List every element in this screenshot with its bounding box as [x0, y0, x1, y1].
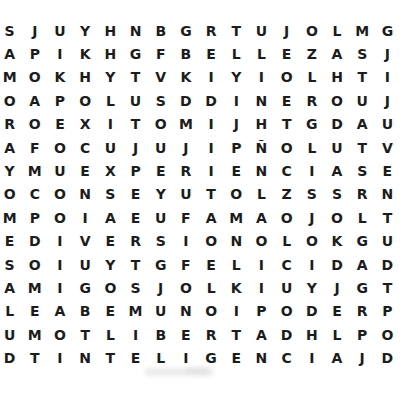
grid-cell-r2c13[interactable]: Z	[299, 42, 324, 65]
grid-cell-r6c11[interactable]: Ñ	[249, 136, 274, 159]
grid-cell-r2c9[interactable]: E	[199, 42, 224, 65]
grid-cell-r12c13[interactable]: Y	[299, 276, 324, 299]
grid-cell-r6c8[interactable]: J	[173, 136, 198, 159]
grid-cell-r8c2[interactable]: C	[22, 183, 47, 206]
grid-cell-r9c15[interactable]: L	[350, 206, 375, 229]
grid-cell-r1c7[interactable]: B	[148, 19, 173, 42]
grid-cell-r13c10[interactable]: I	[224, 300, 249, 323]
grid-cell-r9c13[interactable]: J	[299, 206, 324, 229]
grid-cell-r10c5[interactable]: E	[98, 230, 123, 253]
grid-cell-r2c7[interactable]: F	[148, 42, 173, 65]
grid-cell-r4c7[interactable]: S	[148, 89, 173, 112]
grid-cell-r1c2[interactable]: J	[22, 19, 47, 42]
grid-cell-r3c5[interactable]: Y	[98, 66, 123, 89]
grid-cell-r6c4[interactable]: C	[73, 136, 98, 159]
grid-cell-r12c4[interactable]: G	[73, 276, 98, 299]
grid-cell-r10c9[interactable]: O	[199, 230, 224, 253]
grid-cell-r12c1[interactable]: A	[0, 276, 22, 299]
grid-cell-r14c15[interactable]: P	[350, 323, 375, 346]
grid-cell-r2c14[interactable]: A	[324, 42, 349, 65]
grid-cell-r10c4[interactable]: V	[73, 230, 98, 253]
grid-cell-r15c13[interactable]: I	[299, 346, 324, 369]
grid-cell-r10c8[interactable]: I	[173, 230, 198, 253]
grid-cell-r15c6[interactable]: E	[123, 346, 148, 369]
grid-cell-r6c1[interactable]: A	[0, 136, 22, 159]
grid-cell-r14c3[interactable]: O	[47, 323, 72, 346]
grid-cell-r12c15[interactable]: G	[350, 276, 375, 299]
grid-cell-r10c6[interactable]: R	[123, 230, 148, 253]
grid-cell-r12c10[interactable]: K	[224, 276, 249, 299]
grid-cell-r4c11[interactable]: N	[249, 89, 274, 112]
grid-cell-r11c7[interactable]: G	[148, 253, 173, 276]
grid-cell-r5c16[interactable]: U	[375, 113, 400, 136]
grid-cell-r5c9[interactable]: I	[199, 113, 224, 136]
grid-cell-r12c14[interactable]: J	[324, 276, 349, 299]
grid-cell-r1c1[interactable]: S	[0, 19, 22, 42]
grid-cell-r4c12[interactable]: E	[274, 89, 299, 112]
grid-cell-r4c10[interactable]: I	[224, 89, 249, 112]
grid-cell-r1c14[interactable]: L	[324, 19, 349, 42]
grid-cell-r15c5[interactable]: T	[98, 346, 123, 369]
grid-cell-r4c5[interactable]: L	[98, 89, 123, 112]
grid-cell-r14c9[interactable]: R	[199, 323, 224, 346]
grid-cell-r5c3[interactable]: E	[47, 113, 72, 136]
grid-cell-r10c2[interactable]: D	[22, 230, 47, 253]
grid-cell-r9c9[interactable]: A	[199, 206, 224, 229]
grid-cell-r14c1[interactable]: U	[0, 323, 22, 346]
grid-cell-r2c5[interactable]: H	[98, 42, 123, 65]
grid-cell-r10c15[interactable]: G	[350, 230, 375, 253]
grid-cell-r7c6[interactable]: P	[123, 159, 148, 182]
grid-cell-r1c8[interactable]: G	[173, 19, 198, 42]
grid-cell-r12c2[interactable]: M	[22, 276, 47, 299]
grid-cell-r6c12[interactable]: O	[274, 136, 299, 159]
grid-cell-r7c16[interactable]: E	[375, 159, 400, 182]
grid-cell-r4c9[interactable]: D	[199, 89, 224, 112]
grid-cell-r13c14[interactable]: E	[324, 300, 349, 323]
grid-cell-r7c3[interactable]: U	[47, 159, 72, 182]
grid-cell-r8c4[interactable]: N	[73, 183, 98, 206]
grid-cell-r6c13[interactable]: L	[299, 136, 324, 159]
grid-cell-r1c9[interactable]: R	[199, 19, 224, 42]
grid-cell-r10c10[interactable]: N	[224, 230, 249, 253]
grid-cell-r13c5[interactable]: E	[98, 300, 123, 323]
grid-cell-r5c15[interactable]: A	[350, 113, 375, 136]
grid-cell-r6c14[interactable]: U	[324, 136, 349, 159]
grid-cell-r12c6[interactable]: S	[123, 276, 148, 299]
grid-cell-r15c10[interactable]: E	[224, 346, 249, 369]
grid-cell-r7c8[interactable]: R	[173, 159, 198, 182]
grid-cell-r6c5[interactable]: U	[98, 136, 123, 159]
grid-cell-r15c14[interactable]: A	[324, 346, 349, 369]
grid-cell-r2c16[interactable]: J	[375, 42, 400, 65]
grid-cell-r15c7[interactable]: L	[148, 346, 173, 369]
grid-cell-r4c1[interactable]: O	[0, 89, 22, 112]
grid-cell-r3c7[interactable]: V	[148, 66, 173, 89]
grid-cell-r13c8[interactable]: N	[173, 300, 198, 323]
grid-cell-r1c10[interactable]: T	[224, 19, 249, 42]
grid-cell-r4c4[interactable]: O	[73, 89, 98, 112]
grid-cell-r9c2[interactable]: P	[22, 206, 47, 229]
grid-cell-r7c9[interactable]: I	[199, 159, 224, 182]
grid-cell-r5c1[interactable]: R	[0, 113, 22, 136]
grid-cell-r5c7[interactable]: O	[148, 113, 173, 136]
grid-cell-r9c8[interactable]: F	[173, 206, 198, 229]
grid-cell-r3c13[interactable]: L	[299, 66, 324, 89]
grid-cell-r9c16[interactable]: T	[375, 206, 400, 229]
grid-cell-r5c6[interactable]: T	[123, 113, 148, 136]
grid-cell-r10c13[interactable]: O	[299, 230, 324, 253]
grid-cell-r8c5[interactable]: S	[98, 183, 123, 206]
grid-cell-r5c13[interactable]: G	[299, 113, 324, 136]
grid-cell-r2c10[interactable]: L	[224, 42, 249, 65]
grid-cell-r14c4[interactable]: T	[73, 323, 98, 346]
grid-cell-r12c8[interactable]: O	[173, 276, 198, 299]
grid-cell-r6c3[interactable]: O	[47, 136, 72, 159]
grid-cell-r4c14[interactable]: O	[324, 89, 349, 112]
grid-cell-r9c7[interactable]: U	[148, 206, 173, 229]
grid-cell-r12c9[interactable]: L	[199, 276, 224, 299]
grid-cell-r2c15[interactable]: S	[350, 42, 375, 65]
grid-cell-r7c14[interactable]: A	[324, 159, 349, 182]
grid-cell-r1c13[interactable]: O	[299, 19, 324, 42]
grid-cell-r8c11[interactable]: L	[249, 183, 274, 206]
grid-cell-r1c11[interactable]: U	[249, 19, 274, 42]
grid-cell-r8c9[interactable]: T	[199, 183, 224, 206]
grid-cell-r8c16[interactable]: N	[375, 183, 400, 206]
grid-cell-r4c8[interactable]: D	[173, 89, 198, 112]
grid-cell-r7c5[interactable]: X	[98, 159, 123, 182]
grid-cell-r8c1[interactable]: O	[0, 183, 22, 206]
grid-cell-r13c2[interactable]: E	[22, 300, 47, 323]
grid-cell-r3c3[interactable]: K	[47, 66, 72, 89]
grid-cell-r7c7[interactable]: E	[148, 159, 173, 182]
grid-cell-r3c1[interactable]: M	[0, 66, 22, 89]
grid-cell-r11c16[interactable]: D	[375, 253, 400, 276]
grid-cell-r15c15[interactable]: J	[350, 346, 375, 369]
grid-cell-r5c2[interactable]: O	[22, 113, 47, 136]
grid-cell-r11c13[interactable]: I	[299, 253, 324, 276]
grid-cell-r5c5[interactable]: I	[98, 113, 123, 136]
grid-cell-r10c7[interactable]: S	[148, 230, 173, 253]
grid-cell-r10c1[interactable]: E	[0, 230, 22, 253]
grid-cell-r2c3[interactable]: I	[47, 42, 72, 65]
grid-cell-r10c3[interactable]: I	[47, 230, 72, 253]
grid-cell-r2c1[interactable]: A	[0, 42, 22, 65]
grid-cell-r7c15[interactable]: S	[350, 159, 375, 182]
grid-cell-r13c1[interactable]: L	[0, 300, 22, 323]
grid-cell-r5c12[interactable]: T	[274, 113, 299, 136]
grid-cell-r15c1[interactable]: D	[0, 346, 22, 369]
grid-cell-r14c8[interactable]: E	[173, 323, 198, 346]
grid-cell-r13c12[interactable]: O	[274, 300, 299, 323]
grid-cell-r1c12[interactable]: J	[274, 19, 299, 42]
grid-cell-r9c14[interactable]: O	[324, 206, 349, 229]
grid-cell-r11c4[interactable]: U	[73, 253, 98, 276]
grid-cell-r7c4[interactable]: E	[73, 159, 98, 182]
word-search-grid: SJUYHNBGRTUJOLMGAPIKHGFBELLEZASJMOKHYTVK…	[0, 19, 400, 370]
grid-cell-r4c6[interactable]: U	[123, 89, 148, 112]
grid-cell-r3c14[interactable]: H	[324, 66, 349, 89]
grid-cell-r6c16[interactable]: V	[375, 136, 400, 159]
grid-cell-r2c2[interactable]: P	[22, 42, 47, 65]
grid-cell-r14c16[interactable]: O	[375, 323, 400, 346]
grid-cell-r2c4[interactable]: K	[73, 42, 98, 65]
grid-cell-r8c14[interactable]: S	[324, 183, 349, 206]
grid-cell-r8c6[interactable]: E	[123, 183, 148, 206]
grid-cell-r4c2[interactable]: A	[22, 89, 47, 112]
faint-watermark-smudge	[186, 367, 208, 374]
grid-cell-r9c10[interactable]: M	[224, 206, 249, 229]
grid-cell-r11c9[interactable]: E	[199, 253, 224, 276]
grid-cell-r12c11[interactable]: I	[249, 276, 274, 299]
grid-cell-r13c4[interactable]: B	[73, 300, 98, 323]
grid-cell-r5c8[interactable]: M	[173, 113, 198, 136]
grid-cell-r1c6[interactable]: N	[123, 19, 148, 42]
grid-cell-r7c2[interactable]: M	[22, 159, 47, 182]
grid-cell-r7c1[interactable]: Y	[0, 159, 22, 182]
grid-cell-r12c16[interactable]: T	[375, 276, 400, 299]
grid-cell-r13c13[interactable]: D	[299, 300, 324, 323]
grid-cell-r14c13[interactable]: H	[299, 323, 324, 346]
grid-cell-r9c3[interactable]: O	[47, 206, 72, 229]
grid-cell-r6c2[interactable]: F	[22, 136, 47, 159]
grid-cell-r3c12[interactable]: O	[274, 66, 299, 89]
grid-cell-r3c16[interactable]: I	[375, 66, 400, 89]
grid-cell-r1c5[interactable]: H	[98, 19, 123, 42]
grid-cell-r14c6[interactable]: I	[123, 323, 148, 346]
grid-cell-r15c12[interactable]: C	[274, 346, 299, 369]
grid-cell-r13c9[interactable]: O	[199, 300, 224, 323]
grid-cell-r4c13[interactable]: R	[299, 89, 324, 112]
grid-cell-r7c12[interactable]: C	[274, 159, 299, 182]
grid-cell-r3c11[interactable]: I	[249, 66, 274, 89]
grid-cell-r5c14[interactable]: D	[324, 113, 349, 136]
grid-cell-r14c14[interactable]: L	[324, 323, 349, 346]
grid-cell-r11c6[interactable]: T	[123, 253, 148, 276]
grid-cell-r14c12[interactable]: D	[274, 323, 299, 346]
grid-cell-r13c6[interactable]: M	[123, 300, 148, 323]
grid-cell-r15c4[interactable]: N	[73, 346, 98, 369]
grid-cell-r11c12[interactable]: C	[274, 253, 299, 276]
grid-cell-r15c11[interactable]: N	[249, 346, 274, 369]
grid-cell-r8c10[interactable]: O	[224, 183, 249, 206]
grid-cell-r11c11[interactable]: I	[249, 253, 274, 276]
grid-cell-r14c5[interactable]: L	[98, 323, 123, 346]
grid-cell-r8c15[interactable]: R	[350, 183, 375, 206]
grid-cell-r5c4[interactable]: X	[73, 113, 98, 136]
grid-cell-r11c3[interactable]: I	[47, 253, 72, 276]
grid-cell-r6c15[interactable]: T	[350, 136, 375, 159]
grid-cell-r9c1[interactable]: M	[0, 206, 22, 229]
grid-cell-r3c10[interactable]: Y	[224, 66, 249, 89]
grid-cell-r14c11[interactable]: A	[249, 323, 274, 346]
grid-cell-r12c5[interactable]: O	[98, 276, 123, 299]
grid-cell-r4c16[interactable]: J	[375, 89, 400, 112]
grid-cell-r8c7[interactable]: Y	[148, 183, 173, 206]
grid-cell-r12c3[interactable]: I	[47, 276, 72, 299]
grid-cell-r12c7[interactable]: J	[148, 276, 173, 299]
grid-cell-r13c3[interactable]: A	[47, 300, 72, 323]
grid-cell-r2c6[interactable]: G	[123, 42, 148, 65]
grid-cell-r13c16[interactable]: P	[375, 300, 400, 323]
grid-cell-r11c1[interactable]: S	[0, 253, 22, 276]
grid-cell-r1c4[interactable]: Y	[73, 19, 98, 42]
grid-cell-r5c10[interactable]: J	[224, 113, 249, 136]
grid-cell-r9c5[interactable]: A	[98, 206, 123, 229]
grid-cell-r3c4[interactable]: H	[73, 66, 98, 89]
grid-cell-r14c10[interactable]: T	[224, 323, 249, 346]
grid-cell-r15c3[interactable]: I	[47, 346, 72, 369]
grid-cell-r8c13[interactable]: S	[299, 183, 324, 206]
grid-cell-r2c11[interactable]: L	[249, 42, 274, 65]
grid-cell-r13c7[interactable]: U	[148, 300, 173, 323]
grid-cell-r9c6[interactable]: E	[123, 206, 148, 229]
word-search-page: SJUYHNBGRTUJOLMGAPIKHGFBELLEZASJMOKHYTVK…	[0, 0, 403, 403]
grid-cell-r10c16[interactable]: U	[375, 230, 400, 253]
grid-cell-r2c12[interactable]: E	[274, 42, 299, 65]
grid-cell-r1c16[interactable]: G	[375, 19, 400, 42]
grid-cell-r7c11[interactable]: N	[249, 159, 274, 182]
grid-cell-r6c10[interactable]: P	[224, 136, 249, 159]
grid-cell-r14c7[interactable]: B	[148, 323, 173, 346]
grid-cell-r11c8[interactable]: F	[173, 253, 198, 276]
grid-cell-r3c9[interactable]: I	[199, 66, 224, 89]
grid-cell-r2c8[interactable]: B	[173, 42, 198, 65]
grid-cell-r6c9[interactable]: I	[199, 136, 224, 159]
grid-cell-r11c15[interactable]: A	[350, 253, 375, 276]
grid-cell-r3c8[interactable]: K	[173, 66, 198, 89]
grid-cell-r1c3[interactable]: U	[47, 19, 72, 42]
grid-cell-r4c15[interactable]: U	[350, 89, 375, 112]
grid-cell-r13c11[interactable]: P	[249, 300, 274, 323]
grid-cell-r3c6[interactable]: T	[123, 66, 148, 89]
grid-cell-r15c16[interactable]: D	[375, 346, 400, 369]
grid-cell-r6c7[interactable]: U	[148, 136, 173, 159]
grid-cell-r11c2[interactable]: O	[22, 253, 47, 276]
grid-cell-r4c3[interactable]: P	[47, 89, 72, 112]
grid-cell-r3c15[interactable]: T	[350, 66, 375, 89]
grid-cell-r14c2[interactable]: M	[22, 323, 47, 346]
grid-cell-r11c14[interactable]: D	[324, 253, 349, 276]
grid-cell-r11c10[interactable]: L	[224, 253, 249, 276]
grid-cell-r8c3[interactable]: O	[47, 183, 72, 206]
grid-cell-r8c8[interactable]: U	[173, 183, 198, 206]
grid-cell-r9c4[interactable]: I	[73, 206, 98, 229]
grid-cell-r5c11[interactable]: H	[249, 113, 274, 136]
grid-cell-r9c12[interactable]: O	[274, 206, 299, 229]
grid-cell-r9c11[interactable]: A	[249, 206, 274, 229]
grid-cell-r10c12[interactable]: L	[274, 230, 299, 253]
grid-cell-r3c2[interactable]: O	[22, 66, 47, 89]
grid-cell-r6c6[interactable]: J	[123, 136, 148, 159]
grid-cell-r7c10[interactable]: E	[224, 159, 249, 182]
grid-cell-r1c15[interactable]: M	[350, 19, 375, 42]
grid-cell-r12c12[interactable]: U	[274, 276, 299, 299]
grid-cell-r7c13[interactable]: I	[299, 159, 324, 182]
grid-cell-r13c15[interactable]: R	[350, 300, 375, 323]
grid-cell-r11c5[interactable]: Y	[98, 253, 123, 276]
grid-cell-r10c11[interactable]: O	[249, 230, 274, 253]
grid-cell-r10c14[interactable]: K	[324, 230, 349, 253]
grid-cell-r8c12[interactable]: Z	[274, 183, 299, 206]
grid-cell-r15c2[interactable]: T	[22, 346, 47, 369]
